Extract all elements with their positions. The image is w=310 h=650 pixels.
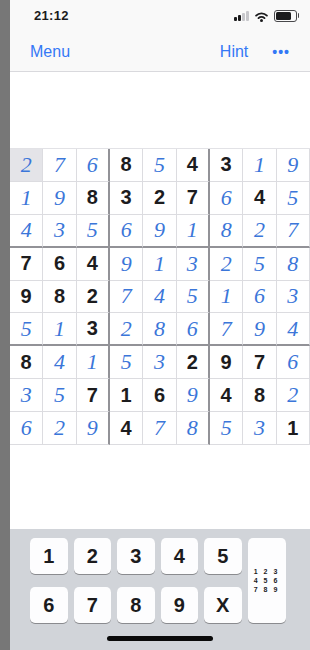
cell-r1c9[interactable]: 9 — [277, 149, 310, 182]
sudoku-app-screen: 21:12 Menu Hint ••• 27685431919832 — [10, 0, 310, 650]
cell-digit: 3 — [121, 186, 132, 209]
cell-digit: 9 — [121, 251, 132, 277]
cell-r9c9[interactable]: 1 — [277, 412, 310, 445]
cell-digit: 5 — [87, 217, 98, 243]
notes-key-line: 4 5 6 — [254, 576, 280, 585]
cell-r9c7[interactable]: 5 — [210, 412, 243, 445]
cell-r4c1[interactable]: 7 — [10, 248, 43, 281]
cell-digit: 1 — [54, 316, 65, 342]
cell-digit: 8 — [254, 384, 265, 407]
cell-digit: 7 — [187, 186, 198, 209]
cell-digit: 8 — [287, 251, 298, 277]
cell-r3c3[interactable]: 5 — [77, 215, 110, 248]
cell-digit: 4 — [287, 316, 298, 342]
cell-r9c4[interactable]: 4 — [110, 412, 143, 445]
cell-r2c2[interactable]: 9 — [43, 182, 76, 215]
cell-digit: 9 — [221, 351, 232, 374]
cell-r7c1[interactable]: 8 — [10, 346, 43, 379]
cell-digit: 6 — [287, 349, 298, 375]
key-5[interactable]: 5 — [204, 538, 242, 574]
cell-r7c4[interactable]: 5 — [110, 346, 143, 379]
cell-digit: 1 — [87, 349, 98, 375]
cell-r2c8[interactable]: 4 — [243, 182, 276, 215]
cell-digit: 8 — [154, 316, 165, 342]
cell-digit: 2 — [254, 217, 265, 243]
cell-r9c2[interactable]: 2 — [43, 412, 76, 445]
nav-right-group: Hint ••• — [220, 43, 290, 61]
notes-key-line: 7 8 9 — [254, 585, 280, 594]
cell-digit: 5 — [287, 185, 298, 211]
cell-digit: 7 — [154, 415, 165, 441]
cell-digit: 7 — [54, 152, 65, 178]
cell-r5c2[interactable]: 8 — [43, 281, 76, 314]
cell-r8c2[interactable]: 5 — [43, 379, 76, 412]
cell-r2c9[interactable]: 5 — [277, 182, 310, 215]
cell-digit: 4 — [121, 417, 132, 440]
cell-r7c9[interactable]: 6 — [277, 346, 310, 379]
cell-r8c8[interactable]: 8 — [243, 379, 276, 412]
cell-r6c8[interactable]: 9 — [243, 313, 276, 346]
cell-digit: 5 — [154, 152, 165, 178]
cell-digit: 5 — [254, 251, 265, 277]
cell-r2c7[interactable]: 6 — [210, 182, 243, 215]
cell-digit: 5 — [221, 415, 232, 441]
cell-r1c8[interactable]: 1 — [243, 149, 276, 182]
cellular-signal-icon — [234, 11, 249, 21]
cell-digit: 2 — [187, 351, 198, 374]
cell-digit: 5 — [121, 349, 132, 375]
cell-digit: 3 — [154, 349, 165, 375]
cell-digit: 9 — [287, 152, 298, 178]
cell-digit: 5 — [187, 283, 198, 309]
cell-digit: 9 — [254, 316, 265, 342]
cell-digit: 6 — [121, 217, 132, 243]
cell-digit: 4 — [154, 283, 165, 309]
cell-r2c5[interactable]: 2 — [143, 182, 176, 215]
cell-digit: 2 — [87, 285, 98, 308]
cell-r8c6[interactable]: 9 — [177, 379, 210, 412]
cell-digit: 1 — [287, 417, 298, 440]
cell-digit: 4 — [21, 217, 32, 243]
cell-digit: 1 — [21, 185, 32, 211]
cell-digit: 6 — [254, 283, 265, 309]
home-indicator[interactable] — [107, 636, 213, 641]
status-icons — [234, 10, 297, 22]
cell-digit: 8 — [121, 153, 132, 176]
cell-digit: 6 — [221, 185, 232, 211]
cell-r1c1[interactable]: 2 — [10, 149, 43, 182]
cell-r6c4[interactable]: 2 — [110, 313, 143, 346]
cell-digit: 9 — [87, 415, 98, 441]
cell-r5c7[interactable]: 1 — [210, 281, 243, 314]
cell-digit: 7 — [21, 252, 32, 275]
cell-digit: 4 — [187, 153, 198, 176]
cell-r3c4[interactable]: 6 — [110, 215, 143, 248]
cell-r2c4[interactable]: 3 — [110, 182, 143, 215]
cell-r3c5[interactable]: 9 — [143, 215, 176, 248]
cell-r6c9[interactable]: 4 — [277, 313, 310, 346]
cell-r3c7[interactable]: 8 — [210, 215, 243, 248]
cell-digit: 6 — [154, 384, 165, 407]
cell-digit: 1 — [254, 152, 265, 178]
cell-r3c8[interactable]: 2 — [243, 215, 276, 248]
cell-digit: 8 — [87, 186, 98, 209]
cell-r1c4[interactable]: 8 — [110, 149, 143, 182]
key-8[interactable]: 8 — [117, 587, 155, 623]
cell-digit: 9 — [21, 285, 32, 308]
key-7[interactable]: 7 — [74, 587, 112, 623]
cell-r5c4[interactable]: 7 — [110, 281, 143, 314]
cell-digit: 3 — [221, 153, 232, 176]
cell-digit: 6 — [21, 415, 32, 441]
cell-r4c9[interactable]: 8 — [277, 248, 310, 281]
cell-digit: 7 — [121, 283, 132, 309]
nav-bar: Menu Hint ••• — [10, 32, 310, 72]
cell-r3c6[interactable]: 1 — [177, 215, 210, 248]
cell-digit: 2 — [21, 152, 32, 178]
cell-digit: 1 — [221, 283, 232, 309]
cell-r5c6[interactable]: 5 — [177, 281, 210, 314]
cell-r1c3[interactable]: 6 — [77, 149, 110, 182]
cell-r8c1[interactable]: 3 — [10, 379, 43, 412]
cell-r1c7[interactable]: 3 — [210, 149, 243, 182]
cell-digit: 1 — [154, 251, 165, 277]
cell-r9c5[interactable]: 7 — [143, 412, 176, 445]
cell-digit: 6 — [187, 316, 198, 342]
cell-digit: 7 — [287, 217, 298, 243]
cell-r6c2[interactable]: 1 — [43, 313, 76, 346]
cell-digit: 8 — [54, 285, 65, 308]
status-bar: 21:12 — [10, 0, 310, 32]
key-3[interactable]: 3 — [117, 538, 155, 574]
cell-r8c9[interactable]: 2 — [277, 379, 310, 412]
cell-digit: 6 — [54, 252, 65, 275]
cell-r7c7[interactable]: 9 — [210, 346, 243, 379]
cell-r7c2[interactable]: 4 — [43, 346, 76, 379]
cell-digit: 6 — [87, 152, 98, 178]
cell-r2c3[interactable]: 8 — [77, 182, 110, 215]
cell-digit: 4 — [254, 186, 265, 209]
cell-r5c3[interactable]: 2 — [77, 281, 110, 314]
cell-r1c5[interactable]: 5 — [143, 149, 176, 182]
cell-digit: 9 — [187, 382, 198, 408]
cell-digit: 3 — [254, 415, 265, 441]
cell-r9c1[interactable]: 6 — [10, 412, 43, 445]
cell-r5c8[interactable]: 6 — [243, 281, 276, 314]
cell-r9c8[interactable]: 3 — [243, 412, 276, 445]
keypad-keys: 123451 2 34 5 67 8 96789X — [30, 538, 286, 623]
cell-r9c3[interactable]: 9 — [77, 412, 110, 445]
wifi-icon — [254, 11, 269, 22]
key-notes-toggle[interactable]: 1 2 34 5 67 8 9 — [248, 538, 286, 623]
key-6[interactable]: 6 — [30, 587, 68, 623]
cell-digit: 8 — [187, 415, 198, 441]
cell-digit: 9 — [54, 185, 65, 211]
cell-r4c7[interactable]: 2 — [210, 248, 243, 281]
cell-r1c2[interactable]: 7 — [43, 149, 76, 182]
cell-r3c9[interactable]: 7 — [277, 215, 310, 248]
cell-r5c1[interactable]: 9 — [10, 281, 43, 314]
cell-r3c2[interactable]: 3 — [43, 215, 76, 248]
cell-r6c3[interactable]: 3 — [77, 313, 110, 346]
cell-digit: 2 — [287, 382, 298, 408]
key-2[interactable]: 2 — [74, 538, 112, 574]
cell-digit: 1 — [187, 217, 198, 243]
cell-digit: 3 — [21, 382, 32, 408]
cell-r8c7[interactable]: 4 — [210, 379, 243, 412]
cell-r9c6[interactable]: 8 — [177, 412, 210, 445]
cell-r5c5[interactable]: 4 — [143, 281, 176, 314]
key-9[interactable]: 9 — [161, 587, 199, 623]
cell-digit: 9 — [154, 217, 165, 243]
cell-digit: 2 — [154, 186, 165, 209]
cell-digit: 2 — [221, 251, 232, 277]
cell-r6c5[interactable]: 8 — [143, 313, 176, 346]
number-keypad: 123451 2 34 5 67 8 96789X — [10, 529, 310, 650]
cell-digit: 8 — [21, 351, 32, 374]
key-1[interactable]: 1 — [30, 538, 68, 574]
key-delete[interactable]: X — [204, 587, 242, 623]
cell-digit: 4 — [221, 384, 232, 407]
cell-r5c9[interactable]: 3 — [277, 281, 310, 314]
cell-digit: 7 — [254, 351, 265, 374]
clock-time: 21:12 — [34, 8, 69, 23]
cell-r2c1[interactable]: 1 — [10, 182, 43, 215]
cell-r8c3[interactable]: 7 — [77, 379, 110, 412]
cell-r6c6[interactable]: 6 — [177, 313, 210, 346]
cell-digit: 3 — [54, 217, 65, 243]
cell-digit: 1 — [121, 384, 132, 407]
cell-r6c7[interactable]: 7 — [210, 313, 243, 346]
cell-r8c4[interactable]: 1 — [110, 379, 143, 412]
cell-r4c4[interactable]: 9 — [110, 248, 143, 281]
cell-r7c5[interactable]: 3 — [143, 346, 176, 379]
more-options-button[interactable]: ••• — [272, 45, 290, 59]
menu-button[interactable]: Menu — [30, 43, 70, 61]
cell-r4c5[interactable]: 1 — [143, 248, 176, 281]
cell-digit: 3 — [287, 283, 298, 309]
cell-r7c6[interactable]: 2 — [177, 346, 210, 379]
cell-digit: 2 — [121, 316, 132, 342]
notes-key-line: 1 2 3 — [254, 567, 280, 576]
cell-r8c5[interactable]: 6 — [143, 379, 176, 412]
cell-r4c2[interactable]: 6 — [43, 248, 76, 281]
cell-r4c3[interactable]: 4 — [77, 248, 110, 281]
cell-digit: 4 — [54, 349, 65, 375]
cell-r3c1[interactable]: 4 — [10, 215, 43, 248]
cell-r2c6[interactable]: 7 — [177, 182, 210, 215]
cell-digit: 8 — [221, 217, 232, 243]
cell-digit: 7 — [87, 384, 98, 407]
cell-digit: 4 — [87, 252, 98, 275]
hint-button[interactable]: Hint — [220, 43, 248, 61]
sudoku-board: 2768543191983276454356918277649132589827… — [10, 148, 310, 445]
cell-r7c3[interactable]: 1 — [77, 346, 110, 379]
cell-digit: 3 — [187, 251, 198, 277]
cell-digit: 7 — [221, 316, 232, 342]
cell-r6c1[interactable]: 5 — [10, 313, 43, 346]
cell-digit: 5 — [54, 382, 65, 408]
cell-r7c8[interactable]: 7 — [243, 346, 276, 379]
key-4[interactable]: 4 — [161, 538, 199, 574]
cell-digit: 3 — [87, 317, 98, 340]
battery-icon — [274, 10, 297, 23]
cell-r4c8[interactable]: 5 — [243, 248, 276, 281]
cell-r4c6[interactable]: 3 — [177, 248, 210, 281]
cell-digit: 5 — [21, 316, 32, 342]
cell-digit: 2 — [54, 415, 65, 441]
cell-r1c6[interactable]: 4 — [177, 149, 210, 182]
